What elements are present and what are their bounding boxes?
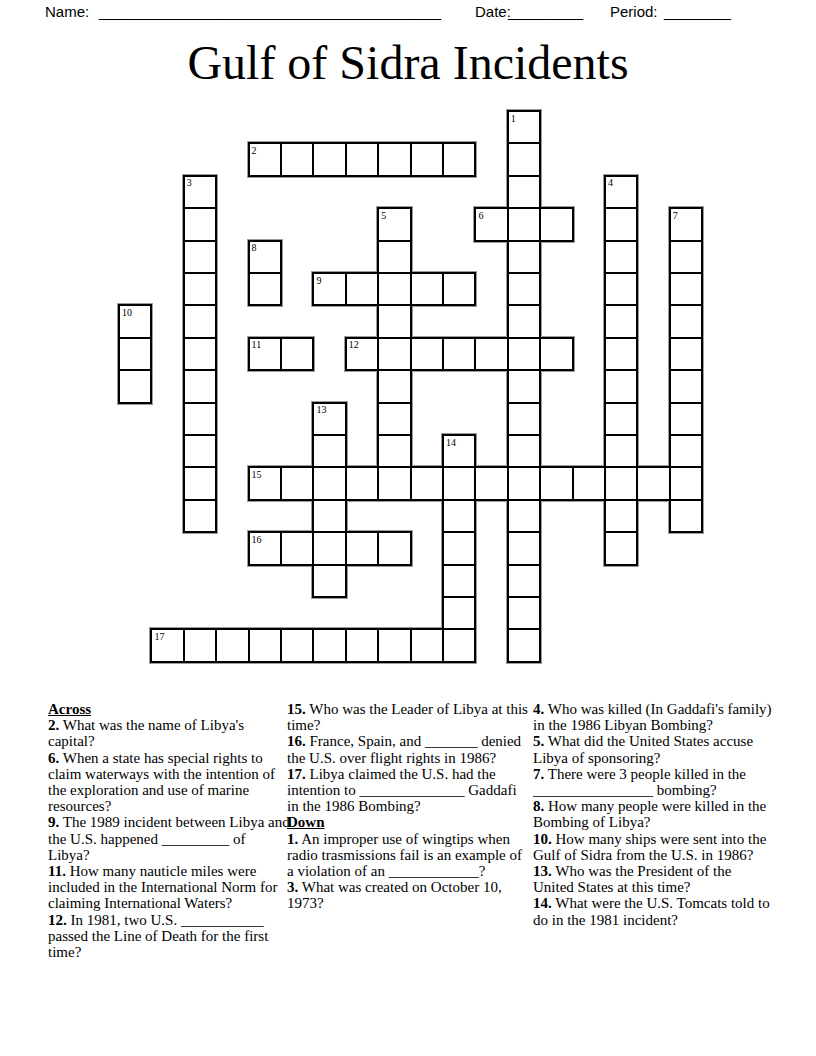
grid-cell-r5-c8[interactable]	[377, 272, 411, 306]
grid-cell-r12-c10[interactable]	[442, 499, 476, 533]
grid-cell-r13-c5[interactable]	[280, 531, 314, 565]
grid-cell-r13-c6[interactable]	[312, 531, 346, 565]
grid-cell-r9-c15[interactable]	[604, 402, 638, 436]
grid-cell-r6-c12[interactable]	[507, 304, 541, 338]
grid-cell-r16-c5[interactable]	[280, 628, 314, 662]
clue-number: 1.	[287, 831, 298, 847]
clue-11-across: 11. How many nauticle miles were include…	[48, 863, 290, 912]
clue-7-down: 7. There were 3 people killed in the ___…	[533, 766, 775, 798]
grid-cell-r4-c15[interactable]	[604, 240, 638, 274]
grid-cell-r4-c8[interactable]	[377, 240, 411, 274]
grid-cell-r11-c6[interactable]	[312, 466, 346, 500]
grid-cell-r12-c17[interactable]	[669, 499, 703, 533]
clue-6-across: 6. When a state has special rights to cl…	[48, 750, 290, 815]
grid-cell-r11-c8[interactable]	[377, 466, 411, 500]
clue-12-across: 12. In 1981, two U.S. ___________ passed…	[48, 912, 290, 961]
cell-number-7: 7	[673, 211, 678, 221]
grid-cell-r9-c17[interactable]	[669, 402, 703, 436]
grid-cell-r10-c6[interactable]	[312, 434, 346, 468]
cell-number-15: 15	[252, 470, 262, 480]
grid-cell-r1-c10[interactable]	[442, 142, 476, 176]
grid-cell-r7-c13[interactable]	[539, 337, 573, 371]
clue-number: 7.	[533, 766, 544, 782]
page-title: Gulf of Sidra Incidents	[0, 38, 816, 88]
grid-cell-r12-c15[interactable]	[604, 499, 638, 533]
grid-cell-r14-c6[interactable]	[312, 564, 346, 598]
clue-number: 9.	[48, 814, 59, 830]
clue-4-down: 4. Who was killed (In Gaddafi's family) …	[533, 701, 775, 733]
clue-3-down: 3. What was created on October 10, 1973?	[287, 879, 529, 911]
period-blank-line: ________	[664, 3, 731, 21]
grid-cell-r11-c14[interactable]	[572, 466, 606, 500]
grid-cell-r9-c2[interactable]	[183, 402, 217, 436]
grid-cell-r3-c15[interactable]	[604, 207, 638, 241]
grid-cell-r15-c10[interactable]	[442, 596, 476, 630]
grid-cell-r5-c2[interactable]	[183, 272, 217, 306]
grid-cell-r5-c9[interactable]	[410, 272, 444, 306]
grid-cell-r6-c17[interactable]	[669, 304, 703, 338]
grid-cell-r7-c11[interactable]	[474, 337, 508, 371]
grid-cell-r8-c12[interactable]	[507, 369, 541, 403]
cell-number-9: 9	[316, 276, 321, 286]
date-blank-line: _________	[508, 3, 583, 21]
clue-17-across: 17. Libya claimed the U.S. had the inten…	[287, 766, 529, 815]
grid-cell-r2-c12[interactable]	[507, 175, 541, 209]
grid-cell-r8-c17[interactable]	[669, 369, 703, 403]
grid-cell-r1-c12[interactable]	[507, 142, 541, 176]
cell-number-11: 11	[252, 340, 262, 350]
grid-cell-r10-c2[interactable]	[183, 434, 217, 468]
cell-number-10: 10	[122, 308, 132, 318]
grid-cell-r7-c12[interactable]	[507, 337, 541, 371]
grid-cell-r10-c8[interactable]	[377, 434, 411, 468]
grid-cell-r11-c5[interactable]	[280, 466, 314, 500]
grid-cell-r5-c7[interactable]	[345, 272, 379, 306]
clue-8-down: 8. How many people were killed in the Bo…	[533, 798, 775, 830]
grid-cell-r13-c8[interactable]	[377, 531, 411, 565]
grid-cell-r3-c13[interactable]	[539, 207, 573, 241]
grid-cell-r1-c6[interactable]	[312, 142, 346, 176]
grid-cell-r8-c15[interactable]	[604, 369, 638, 403]
grid-cell-r10-c17[interactable]	[669, 434, 703, 468]
name-label: Name:	[45, 3, 89, 21]
grid-cell-r7-c5[interactable]	[280, 337, 314, 371]
clue-column-2: 15. Who was the Leader of Libya at this …	[287, 701, 529, 912]
grid-cell-r11-c2[interactable]	[183, 466, 217, 500]
grid-cell-r14-c10[interactable]	[442, 564, 476, 598]
clue-number: 15.	[287, 701, 306, 717]
grid-cell-r16-c7[interactable]	[345, 628, 379, 662]
grid-cell-r10-c12[interactable]	[507, 434, 541, 468]
clue-10-down: 10. How many ships were sent into the Gu…	[533, 831, 775, 863]
cell-number-17: 17	[154, 632, 164, 642]
grid-cell-r5-c15[interactable]	[604, 272, 638, 306]
grid-cell-r13-c12[interactable]	[507, 531, 541, 565]
grid-cell-r7-c15[interactable]	[604, 337, 638, 371]
clue-number: 6.	[48, 750, 59, 766]
clue-column-3: 4. Who was killed (In Gaddafi's family) …	[533, 701, 775, 928]
clue-number: 17.	[287, 766, 306, 782]
grid-cell-r4-c17[interactable]	[669, 240, 703, 274]
clue-number: 3.	[287, 879, 298, 895]
grid-cell-r4-c2[interactable]	[183, 240, 217, 274]
clue-1-down: 1. An improper use of wingtips when radi…	[287, 831, 529, 880]
grid-cell-r1-c8[interactable]	[377, 142, 411, 176]
clue-13-down: 13. Who was the President of the United …	[533, 863, 775, 895]
grid-cell-r3-c2[interactable]	[183, 207, 217, 241]
grid-cell-r11-c15[interactable]	[604, 466, 638, 500]
clue-number: 4.	[533, 701, 544, 717]
grid-cell-r7-c17[interactable]	[669, 337, 703, 371]
cell-number-8: 8	[252, 243, 257, 253]
grid-cell-r10-c15[interactable]	[604, 434, 638, 468]
grid-cell-r16-c8[interactable]	[377, 628, 411, 662]
grid-cell-r16-c9[interactable]	[410, 628, 444, 662]
crossword-grid: 2691112151617134578101314	[118, 110, 704, 664]
period-label: Period:	[610, 3, 658, 21]
cell-number-12: 12	[349, 340, 359, 350]
grid-cell-r12-c12[interactable]	[507, 499, 541, 533]
clue-number: 8.	[533, 798, 544, 814]
grid-cell-r5-c4[interactable]	[248, 272, 282, 306]
cell-number-6: 6	[478, 211, 483, 221]
grid-cell-r6-c8[interactable]	[377, 304, 411, 338]
clue-number: 2.	[48, 717, 59, 733]
grid-cell-r1-c7[interactable]	[345, 142, 379, 176]
grid-cell-r11-c16[interactable]	[636, 466, 670, 500]
grid-cell-r5-c12[interactable]	[507, 272, 541, 306]
grid-cell-r11-c17[interactable]	[669, 466, 703, 500]
grid-cell-r8-c0[interactable]	[118, 369, 152, 403]
grid-cell-r5-c17[interactable]	[669, 272, 703, 306]
grid-cell-r7-c8[interactable]	[377, 337, 411, 371]
clue-number: 10.	[533, 831, 552, 847]
grid-cell-r6-c2[interactable]	[183, 304, 217, 338]
grid-cell-r11-c7[interactable]	[345, 466, 379, 500]
clue-number: 11.	[48, 863, 66, 879]
grid-cell-r7-c2[interactable]	[183, 337, 217, 371]
grid-cell-r16-c3[interactable]	[215, 628, 249, 662]
clue-number: 13.	[533, 863, 552, 879]
cell-number-14: 14	[446, 438, 456, 448]
grid-cell-r6-c15[interactable]	[604, 304, 638, 338]
grid-cell-r11-c10[interactable]	[442, 466, 476, 500]
grid-cell-r16-c12[interactable]	[507, 628, 541, 662]
grid-cell-r16-c10[interactable]	[442, 628, 476, 662]
cell-number-5: 5	[381, 211, 386, 221]
across-clues-header: Across	[48, 701, 290, 717]
cell-number-13: 13	[316, 405, 326, 415]
cell-number-16: 16	[252, 535, 262, 545]
grid-cell-r1-c9[interactable]	[410, 142, 444, 176]
cell-number-4: 4	[608, 178, 613, 188]
worksheet-page: Name: __________________________________…	[0, 0, 816, 1056]
grid-cell-r14-c12[interactable]	[507, 564, 541, 598]
grid-cell-r12-c6[interactable]	[312, 499, 346, 533]
clue-number: 5.	[533, 733, 544, 749]
clue-9-across: 9. The 1989 incident between Libya and t…	[48, 814, 290, 863]
clue-number: 12.	[48, 912, 67, 928]
grid-cell-r12-c2[interactable]	[183, 499, 217, 533]
clue-column-1: Across2. What was the name of Libya's ca…	[48, 701, 290, 960]
clue-16-across: 16. France, Spain, and _______ denied th…	[287, 733, 529, 765]
grid-cell-r4-c12[interactable]	[507, 240, 541, 274]
grid-cell-r16-c4[interactable]	[248, 628, 282, 662]
clue-2-across: 2. What was the name of Libya's capital?	[48, 717, 290, 749]
grid-cell-r13-c10[interactable]	[442, 531, 476, 565]
grid-cell-r9-c12[interactable]	[507, 402, 541, 436]
cell-number-2: 2	[252, 146, 257, 156]
clue-5-down: 5. What did the United States accuse Lib…	[533, 733, 775, 765]
grid-cell-r11-c13[interactable]	[539, 466, 573, 500]
grid-cell-r13-c7[interactable]	[345, 531, 379, 565]
date-label: Date:	[475, 3, 511, 21]
grid-cell-r8-c8[interactable]	[377, 369, 411, 403]
grid-cell-r16-c6[interactable]	[312, 628, 346, 662]
grid-cell-r13-c15[interactable]	[604, 531, 638, 565]
grid-cell-r3-c12[interactable]	[507, 207, 541, 241]
grid-cell-r8-c2[interactable]	[183, 369, 217, 403]
grid-cell-r11-c11[interactable]	[474, 466, 508, 500]
grid-cell-r1-c5[interactable]	[280, 142, 314, 176]
clue-14-down: 14. What were the U.S. Tomcats told to d…	[533, 895, 775, 927]
grid-cell-r15-c12[interactable]	[507, 596, 541, 630]
grid-cell-r11-c9[interactable]	[410, 466, 444, 500]
down-clues-header: Down	[287, 814, 529, 830]
cell-number-1: 1	[511, 114, 516, 124]
grid-cell-r7-c0[interactable]	[118, 337, 152, 371]
grid-cell-r9-c8[interactable]	[377, 402, 411, 436]
clue-number: 14.	[533, 895, 552, 911]
grid-cell-r7-c9[interactable]	[410, 337, 444, 371]
grid-cell-r7-c10[interactable]	[442, 337, 476, 371]
cell-number-3: 3	[187, 178, 192, 188]
grid-cell-r11-c12[interactable]	[507, 466, 541, 500]
grid-cell-r16-c2[interactable]	[183, 628, 217, 662]
clue-number: 16.	[287, 733, 306, 749]
grid-cell-r5-c10[interactable]	[442, 272, 476, 306]
name-blank-line: ________________________________________…	[99, 3, 441, 21]
clue-15-across: 15. Who was the Leader of Libya at this …	[287, 701, 529, 733]
